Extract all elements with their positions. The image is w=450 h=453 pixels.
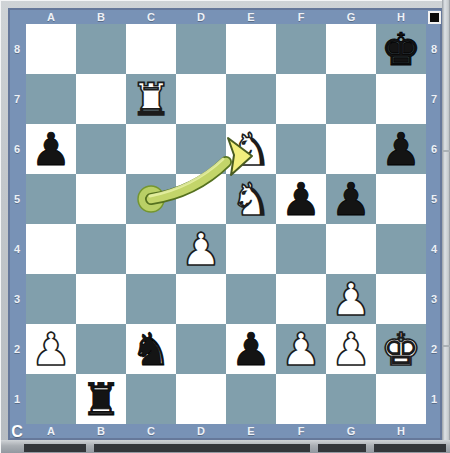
square-f2[interactable]: ♟ xyxy=(276,324,326,374)
square-b3[interactable] xyxy=(76,274,126,324)
square-f4[interactable] xyxy=(276,224,326,274)
square-f7[interactable] xyxy=(276,74,326,124)
square-f5[interactable]: ♟ xyxy=(276,174,326,224)
square-a6[interactable]: ♟ xyxy=(26,124,76,174)
square-e7[interactable] xyxy=(226,74,276,124)
edge-dark-segment xyxy=(94,444,310,452)
white-pawn: ♟ xyxy=(326,324,376,374)
square-g2[interactable]: ♟ xyxy=(326,324,376,374)
square-g1[interactable] xyxy=(326,374,376,424)
square-d1[interactable] xyxy=(176,374,226,424)
square-d5[interactable] xyxy=(176,174,226,224)
black-knight: ♞ xyxy=(126,324,176,374)
square-b2[interactable] xyxy=(76,324,126,374)
square-h3[interactable] xyxy=(376,274,426,324)
square-c2[interactable]: ♞ xyxy=(126,324,176,374)
square-a4[interactable] xyxy=(26,224,76,274)
square-d3[interactable] xyxy=(176,274,226,324)
edge-dark-segment xyxy=(24,444,86,452)
black-pawn: ♟ xyxy=(376,124,426,174)
corner-logo: C xyxy=(8,423,26,440)
side-to-move-indicator xyxy=(428,11,441,24)
square-c6[interactable] xyxy=(126,124,176,174)
black-rook: ♜ xyxy=(76,374,126,424)
square-d8[interactable] xyxy=(176,24,226,74)
square-h6[interactable]: ♟ xyxy=(376,124,426,174)
square-f1[interactable] xyxy=(276,374,326,424)
square-g8[interactable] xyxy=(326,24,376,74)
square-e3[interactable] xyxy=(226,274,276,324)
square-h5[interactable] xyxy=(376,174,426,224)
square-h7[interactable] xyxy=(376,74,426,124)
square-a1[interactable] xyxy=(26,374,76,424)
square-e8[interactable] xyxy=(226,24,276,74)
square-f8[interactable] xyxy=(276,24,326,74)
white-knight: ♞ xyxy=(226,174,276,224)
square-a2[interactable]: ♟ xyxy=(26,324,76,374)
square-c1[interactable] xyxy=(126,374,176,424)
square-c5[interactable] xyxy=(126,174,176,224)
square-a3[interactable] xyxy=(26,274,76,324)
square-e6[interactable]: ♞ xyxy=(226,124,276,174)
square-g6[interactable] xyxy=(326,124,376,174)
square-d7[interactable] xyxy=(176,74,226,124)
square-b8[interactable] xyxy=(76,24,126,74)
white-king: ♚ xyxy=(376,324,426,374)
square-h8[interactable]: ♚ xyxy=(376,24,426,74)
square-h1[interactable] xyxy=(376,374,426,424)
square-g7[interactable] xyxy=(326,74,376,124)
window-edge-bottom xyxy=(0,440,450,453)
square-a5[interactable] xyxy=(26,174,76,224)
chess-app-window: ♚♜♟♞♟♞♟♟♟♟♟♞♟♟♟♚♜ AABBCCDDEEFFGGHH887766… xyxy=(0,0,450,453)
white-pawn: ♟ xyxy=(326,274,376,324)
square-b7[interactable] xyxy=(76,74,126,124)
square-c3[interactable] xyxy=(126,274,176,324)
edge-segment-line xyxy=(442,345,450,347)
white-pawn: ♟ xyxy=(276,324,326,374)
square-c7[interactable]: ♜ xyxy=(126,74,176,124)
white-knight: ♞ xyxy=(226,124,276,174)
square-b1[interactable]: ♜ xyxy=(76,374,126,424)
square-h4[interactable] xyxy=(376,224,426,274)
square-d4[interactable]: ♟ xyxy=(176,224,226,274)
square-f3[interactable] xyxy=(276,274,326,324)
white-pawn: ♟ xyxy=(26,324,76,374)
black-pawn: ♟ xyxy=(326,174,376,224)
white-pawn: ♟ xyxy=(176,224,226,274)
square-a7[interactable] xyxy=(26,74,76,124)
black-pawn: ♟ xyxy=(226,324,276,374)
square-c4[interactable] xyxy=(126,224,176,274)
black-king: ♚ xyxy=(376,24,426,74)
square-d6[interactable] xyxy=(176,124,226,174)
black-pawn: ♟ xyxy=(276,174,326,224)
black-pawn: ♟ xyxy=(26,124,76,174)
square-d2[interactable] xyxy=(176,324,226,374)
square-e5[interactable]: ♞ xyxy=(226,174,276,224)
square-b5[interactable] xyxy=(76,174,126,224)
square-c8[interactable] xyxy=(126,24,176,74)
square-e4[interactable] xyxy=(226,224,276,274)
square-f6[interactable] xyxy=(276,124,326,174)
edge-segment-line xyxy=(442,150,450,152)
square-g3[interactable]: ♟ xyxy=(326,274,376,324)
square-g4[interactable] xyxy=(326,224,376,274)
edge-dark-segment xyxy=(374,444,446,452)
chess-board: ♚♜♟♞♟♞♟♟♟♟♟♞♟♟♟♚♜ xyxy=(26,24,426,424)
white-rook: ♜ xyxy=(126,74,176,124)
square-a8[interactable] xyxy=(26,24,76,74)
square-e1[interactable] xyxy=(226,374,276,424)
edge-dark-segment xyxy=(318,444,366,452)
square-h2[interactable]: ♚ xyxy=(376,324,426,374)
square-g5[interactable]: ♟ xyxy=(326,174,376,224)
square-b4[interactable] xyxy=(76,224,126,274)
window-edge-right xyxy=(442,0,450,453)
square-e2[interactable]: ♟ xyxy=(226,324,276,374)
square-b6[interactable] xyxy=(76,124,126,174)
